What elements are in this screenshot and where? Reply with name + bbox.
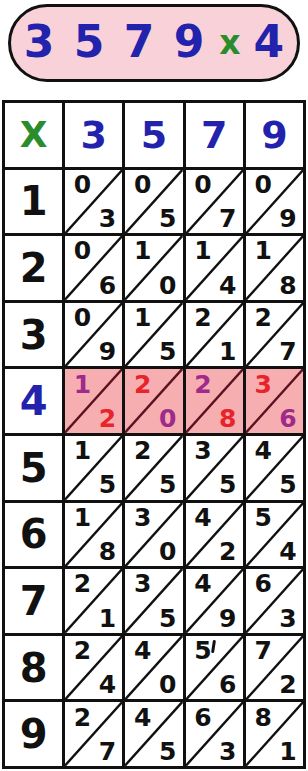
tens-digit: 1 [74,371,91,399]
tens-digit: 2 [194,371,211,399]
tens-digit: 2 [134,371,151,399]
row-label-digit: 7 [5,569,62,633]
units-digit: 0 [159,272,176,300]
column-header-digit: 3 [65,103,122,167]
units-digit: 7 [219,205,236,233]
lattice-cell-r3c7: 21 [186,303,243,367]
units-digit: 5 [99,471,116,499]
lattice-cell-r2c5: 10 [125,236,182,300]
units-digit: 0 [159,671,176,699]
lattice-cell-r4c7: 28 [186,369,243,433]
tens-digit: 3 [194,437,211,465]
lattice-cell-r9c9: 81 [246,702,303,766]
lattice-cell-r5c5: 25 [125,436,182,500]
units-digit: 2 [219,538,236,566]
column-header-digit: 5 [125,103,182,167]
units-digit: 8 [279,272,296,300]
tens-digit: 1 [134,237,151,265]
units-digit: 6 [279,405,296,433]
units-digit: 3 [99,205,116,233]
units-digit: 2 [99,405,116,433]
tens-digit: 0 [74,237,91,265]
banner-multiply-sign: x [219,23,240,62]
units-digit: 9 [219,605,236,633]
units-digit: 0 [159,538,176,566]
row-label-digit: 9 [5,702,62,766]
units-digit: 5 [159,738,176,766]
tens-digit: 7 [254,637,271,665]
lattice-cell-r8c5: 40 [125,636,182,700]
lattice-cell-r6c9: 54 [246,503,303,567]
units-digit: 5 [159,605,176,633]
tens-digit: 0 [134,171,151,199]
units-digit: 5 [279,471,296,499]
units-digit: 5 [219,471,236,499]
row-label-digit: 6 [5,503,62,567]
row-label-digit: 4 [5,369,62,433]
lattice-cell-r9c7: 63 [186,702,243,766]
lattice-cell-r1c5: 05 [125,170,182,234]
tens-digit: 1 [74,504,91,532]
units-digit: 7 [99,738,116,766]
lattice-cell-r9c5: 45 [125,702,182,766]
tens-digit: 4 [134,637,151,665]
tens-digit: 2 [74,637,91,665]
lattice-cell-r4c3: 12 [65,369,122,433]
units-digit: 5 [159,205,176,233]
units-digit: 6 [219,671,236,699]
lattice-cell-r2c7: 14 [186,236,243,300]
lattice-cell-r2c3: 06 [65,236,122,300]
tens-digit: 2 [254,304,271,332]
tens-digit: 1 [194,237,211,265]
column-header-digit: 9 [246,103,303,167]
units-digit: 1 [99,605,116,633]
tens-digit: 0 [74,171,91,199]
units-digit: 4 [219,272,236,300]
tens-digit: 0 [254,171,271,199]
units-digit: 2 [279,671,296,699]
lattice-cell-r5c3: 15 [65,436,122,500]
tens-digit: 6 [194,704,211,732]
lattice-cell-r3c3: 09 [65,303,122,367]
lattice-cell-r4c9: 36 [246,369,303,433]
units-digit: 3 [279,605,296,633]
tens-digit: 2 [134,437,151,465]
row-label-digit: 1 [5,170,62,234]
tens-digit: 4 [134,704,151,732]
units-digit: 3 [219,738,236,766]
tens-digit: 4 [194,570,211,598]
lattice-cell-r8c7: 56 [186,636,243,700]
units-digit: 5 [159,338,176,366]
lattice-cell-r1c9: 09 [246,170,303,234]
banner-multiplicand: 3 5 7 9 [24,16,206,67]
lattice-grid: X357910305070920610141830915212741220283… [2,100,306,769]
tens-digit: 6 [254,570,271,598]
lattice-cell-r6c7: 42 [186,503,243,567]
lattice-cell-r7c7: 49 [186,569,243,633]
lattice-cell-r9c3: 27 [65,702,122,766]
units-digit: 4 [99,671,116,699]
units-digit: 1 [279,738,296,766]
units-digit: 6 [99,272,116,300]
lattice-cell-r7c3: 21 [65,569,122,633]
tens-digit: 3 [134,570,151,598]
row-label-digit: 2 [5,236,62,300]
tens-digit: 2 [74,570,91,598]
tens-digit: 3 [254,371,271,399]
tens-digit: 2 [194,304,211,332]
tens-digit: 2 [74,704,91,732]
lattice-cell-r1c3: 03 [65,170,122,234]
lattice-cell-r2c9: 18 [246,236,303,300]
lattice-cell-r3c9: 27 [246,303,303,367]
problem-banner: 3 5 7 9 x 4 [8,4,300,82]
tens-digit: 4 [194,504,211,532]
tens-digit: 8 [254,704,271,732]
tens-digit: 5 [194,637,211,665]
lattice-cell-r1c7: 07 [186,170,243,234]
tens-digit: 4 [254,437,271,465]
tens-digit: 3 [134,504,151,532]
lattice-cell-r5c7: 35 [186,436,243,500]
row-label-digit: 3 [5,303,62,367]
row-label-digit: 5 [5,436,62,500]
units-digit: 1 [219,338,236,366]
lattice-cell-r4c5: 20 [125,369,182,433]
lattice-cell-r6c5: 30 [125,503,182,567]
tens-digit: 1 [254,237,271,265]
units-digit: 0 [159,405,176,433]
tens-digit: 1 [74,437,91,465]
lattice-cell-r7c9: 63 [246,569,303,633]
units-digit: 5 [159,471,176,499]
units-digit: 4 [279,538,296,566]
lattice-cell-r8c9: 72 [246,636,303,700]
units-digit: 9 [279,205,296,233]
lattice-cell-r8c3: 24 [65,636,122,700]
multiply-corner-cell: X [5,103,62,167]
row-label-digit: 8 [5,636,62,700]
tens-digit: 1 [134,304,151,332]
banner-multiplier: 4 [254,16,285,67]
units-digit: 7 [279,338,296,366]
tens-digit: 0 [194,171,211,199]
tens-digit: 0 [74,304,91,332]
lattice-cell-r5c9: 45 [246,436,303,500]
units-digit: 8 [219,405,236,433]
units-digit: 9 [99,338,116,366]
units-digit: 8 [99,538,116,566]
tens-digit: 5 [254,504,271,532]
column-header-digit: 7 [186,103,243,167]
lattice-cell-r6c3: 18 [65,503,122,567]
lattice-cell-r3c5: 15 [125,303,182,367]
lattice-cell-r7c5: 35 [125,569,182,633]
